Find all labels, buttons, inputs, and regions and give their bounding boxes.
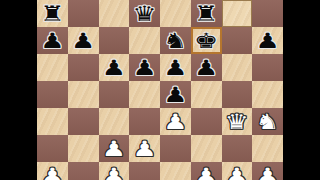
square-e2[interactable] bbox=[160, 162, 191, 180]
black-pawn-e5: ♟ bbox=[163, 84, 187, 105]
square-a4[interactable] bbox=[37, 108, 68, 135]
square-g6[interactable] bbox=[222, 54, 253, 81]
black-pawn-e6: ♟ bbox=[163, 57, 187, 78]
white-pawn-a2: ♟ bbox=[40, 165, 64, 180]
black-pawn-d6: ♟ bbox=[133, 57, 157, 78]
square-g8[interactable] bbox=[222, 0, 253, 27]
black-pawn-a7: ♟ bbox=[40, 30, 64, 51]
square-e8[interactable] bbox=[160, 0, 191, 27]
square-a6[interactable] bbox=[37, 54, 68, 81]
square-b5[interactable] bbox=[68, 81, 99, 108]
black-king-f7: ♚ bbox=[194, 30, 218, 51]
square-h5[interactable] bbox=[252, 81, 283, 108]
square-a8[interactable]: ♜ bbox=[37, 0, 68, 27]
black-pawn-f6: ♟ bbox=[194, 57, 218, 78]
black-rook-a8: ♜ bbox=[40, 3, 64, 24]
square-h7[interactable]: ♟ bbox=[252, 27, 283, 54]
square-f6[interactable]: ♟ bbox=[191, 54, 222, 81]
square-e4[interactable]: ♟ bbox=[160, 108, 191, 135]
square-c2[interactable]: ♟ bbox=[99, 162, 130, 180]
square-a3[interactable] bbox=[37, 135, 68, 162]
chess-board: ♜♛♜♟♟♞♚♟♟♟♟♟♟♟♛♞♟♟♟♟♟♟♟♜♜♚ bbox=[37, 0, 283, 180]
square-d5[interactable] bbox=[129, 81, 160, 108]
square-d3[interactable]: ♟ bbox=[129, 135, 160, 162]
square-d2[interactable] bbox=[129, 162, 160, 180]
square-f8[interactable]: ♜ bbox=[191, 0, 222, 27]
square-g2[interactable]: ♟ bbox=[222, 162, 253, 180]
square-e5[interactable]: ♟ bbox=[160, 81, 191, 108]
white-pawn-f2: ♟ bbox=[194, 165, 218, 180]
square-g5[interactable] bbox=[222, 81, 253, 108]
square-d6[interactable]: ♟ bbox=[129, 54, 160, 81]
square-e3[interactable] bbox=[160, 135, 191, 162]
square-b7[interactable]: ♟ bbox=[68, 27, 99, 54]
letterbox-left bbox=[0, 0, 37, 180]
square-d4[interactable] bbox=[129, 108, 160, 135]
square-a5[interactable] bbox=[37, 81, 68, 108]
white-pawn-g2: ♟ bbox=[225, 165, 249, 180]
square-f2[interactable]: ♟ bbox=[191, 162, 222, 180]
square-b3[interactable] bbox=[68, 135, 99, 162]
square-d8[interactable]: ♛ bbox=[129, 0, 160, 27]
square-e6[interactable]: ♟ bbox=[160, 54, 191, 81]
square-d7[interactable] bbox=[129, 27, 160, 54]
black-rook-f8: ♜ bbox=[194, 3, 218, 24]
white-pawn-c3: ♟ bbox=[102, 138, 126, 159]
square-f3[interactable] bbox=[191, 135, 222, 162]
square-b8[interactable] bbox=[68, 0, 99, 27]
black-knight-e7: ♞ bbox=[163, 30, 187, 51]
square-c5[interactable] bbox=[99, 81, 130, 108]
square-c6[interactable]: ♟ bbox=[99, 54, 130, 81]
square-h2[interactable]: ♟ bbox=[252, 162, 283, 180]
white-pawn-e4: ♟ bbox=[163, 111, 187, 132]
square-b6[interactable] bbox=[68, 54, 99, 81]
square-h4[interactable]: ♞ bbox=[252, 108, 283, 135]
square-c4[interactable] bbox=[99, 108, 130, 135]
square-h6[interactable] bbox=[252, 54, 283, 81]
white-pawn-c2: ♟ bbox=[102, 165, 126, 180]
square-c3[interactable]: ♟ bbox=[99, 135, 130, 162]
letterbox-right bbox=[283, 0, 320, 180]
square-h8[interactable] bbox=[252, 0, 283, 27]
square-h3[interactable] bbox=[252, 135, 283, 162]
black-pawn-c6: ♟ bbox=[102, 57, 126, 78]
white-pawn-h2: ♟ bbox=[256, 165, 280, 180]
black-pawn-h7: ♟ bbox=[256, 30, 280, 51]
black-queen-d8: ♛ bbox=[133, 3, 157, 24]
square-f4[interactable] bbox=[191, 108, 222, 135]
square-b4[interactable] bbox=[68, 108, 99, 135]
black-pawn-b7: ♟ bbox=[71, 30, 95, 51]
square-g4[interactable]: ♛ bbox=[222, 108, 253, 135]
square-a7[interactable]: ♟ bbox=[37, 27, 68, 54]
square-e7[interactable]: ♞ bbox=[160, 27, 191, 54]
square-b2[interactable] bbox=[68, 162, 99, 180]
white-queen-g4: ♛ bbox=[225, 111, 249, 132]
square-g3[interactable] bbox=[222, 135, 253, 162]
square-c7[interactable] bbox=[99, 27, 130, 54]
white-pawn-d3: ♟ bbox=[133, 138, 157, 159]
video-frame: ♜♛♜♟♟♞♚♟♟♟♟♟♟♟♛♞♟♟♟♟♟♟♟♜♜♚ bbox=[0, 0, 320, 180]
square-a2[interactable]: ♟ bbox=[37, 162, 68, 180]
white-knight-h4: ♞ bbox=[256, 111, 280, 132]
square-g7[interactable] bbox=[222, 27, 253, 54]
square-f5[interactable] bbox=[191, 81, 222, 108]
square-c8[interactable] bbox=[99, 0, 130, 27]
square-f7[interactable]: ♚ bbox=[191, 27, 222, 54]
